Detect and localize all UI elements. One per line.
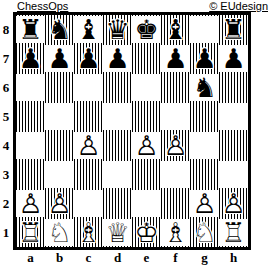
chessops-link[interactable]: ChessOps <box>17 0 68 12</box>
white-rook: ♜♖ <box>18 218 42 247</box>
square-c5[interactable] <box>74 102 103 131</box>
white-pawn: ♟♙ <box>192 189 216 218</box>
square-h4[interactable] <box>219 131 248 160</box>
square-b2[interactable]: ♟♙ <box>45 189 74 218</box>
square-f3[interactable] <box>161 160 190 189</box>
square-c8[interactable]: ♝ <box>74 15 103 44</box>
black-pawn: ♟ <box>76 44 100 73</box>
rank-label-8: 8 <box>0 15 12 44</box>
square-a7[interactable]: ♟ <box>16 44 45 73</box>
square-c3[interactable] <box>74 160 103 189</box>
rank-label-6: 6 <box>0 73 12 102</box>
rank-label-7: 7 <box>0 44 12 73</box>
rank-label-2: 2 <box>0 189 12 218</box>
white-pawn: ♟♙ <box>76 131 100 160</box>
black-pawn: ♟ <box>163 44 187 73</box>
white-pawn: ♟♙ <box>163 131 187 160</box>
white-bishop: ♝♗ <box>76 218 100 247</box>
square-g4[interactable] <box>190 131 219 160</box>
square-e8[interactable]: ♚ <box>132 15 161 44</box>
square-e1[interactable]: ♚♔ <box>132 218 161 247</box>
rank-label-4: 4 <box>0 131 12 160</box>
square-f6[interactable] <box>161 73 190 102</box>
white-pawn: ♟♙ <box>221 189 245 218</box>
white-pawn: ♟♙ <box>134 131 158 160</box>
square-f4[interactable]: ♟♙ <box>161 131 190 160</box>
square-b8[interactable]: ♞ <box>45 15 74 44</box>
square-d7[interactable]: ♟ <box>103 44 132 73</box>
black-pawn: ♟ <box>192 44 216 73</box>
square-c2[interactable] <box>74 189 103 218</box>
file-labels: abcdefgh <box>16 250 248 266</box>
square-g5[interactable] <box>190 102 219 131</box>
square-h8[interactable]: ♜ <box>219 15 248 44</box>
square-g3[interactable] <box>190 160 219 189</box>
file-label-c: c <box>74 250 103 266</box>
square-e3[interactable] <box>132 160 161 189</box>
square-a3[interactable] <box>16 160 45 189</box>
white-knight: ♞♘ <box>47 218 71 247</box>
square-g1[interactable]: ♞♘ <box>190 218 219 247</box>
square-h3[interactable] <box>219 160 248 189</box>
white-bishop: ♝♗ <box>163 218 187 247</box>
square-e2[interactable] <box>132 189 161 218</box>
square-e4[interactable]: ♟♙ <box>132 131 161 160</box>
square-b4[interactable] <box>45 131 74 160</box>
square-h5[interactable] <box>219 102 248 131</box>
square-b3[interactable] <box>45 160 74 189</box>
square-c4[interactable]: ♟♙ <box>74 131 103 160</box>
chess-board: ♜♞♝♛♚♝♜♟♟♟♟♟♟♟♞♟♙♟♙♟♙♟♙♟♙♟♙♟♙♜♖♞♘♝♗♛♕♚♔♝… <box>13 12 251 250</box>
rank-labels: 87654321 <box>0 15 12 247</box>
square-f7[interactable]: ♟ <box>161 44 190 73</box>
file-label-d: d <box>103 250 132 266</box>
white-rook: ♜♖ <box>221 218 245 247</box>
rank-label-5: 5 <box>0 102 12 131</box>
square-b7[interactable]: ♟ <box>45 44 74 73</box>
square-e5[interactable] <box>132 102 161 131</box>
black-bishop: ♝ <box>163 15 187 44</box>
square-d2[interactable] <box>103 189 132 218</box>
square-c6[interactable] <box>74 73 103 102</box>
file-label-b: b <box>45 250 74 266</box>
square-h6[interactable] <box>219 73 248 102</box>
eudesign-credit-link[interactable]: © EUdesign <box>209 0 268 12</box>
white-pawn: ♟♙ <box>18 189 42 218</box>
square-d8[interactable]: ♛ <box>103 15 132 44</box>
rank-label-3: 3 <box>0 160 12 189</box>
square-b5[interactable] <box>45 102 74 131</box>
white-king: ♚♔ <box>134 218 158 247</box>
square-a2[interactable]: ♟♙ <box>16 189 45 218</box>
square-g2[interactable]: ♟♙ <box>190 189 219 218</box>
square-h1[interactable]: ♜♖ <box>219 218 248 247</box>
chessops-diagram: ChessOps © EUdesign 87654321 ♜♞♝♛♚♝♜♟♟♟♟… <box>0 0 270 270</box>
file-label-e: e <box>132 250 161 266</box>
black-pawn: ♟ <box>221 44 245 73</box>
square-d6[interactable] <box>103 73 132 102</box>
square-c1[interactable]: ♝♗ <box>74 218 103 247</box>
white-queen: ♛♕ <box>105 218 129 247</box>
square-h7[interactable]: ♟ <box>219 44 248 73</box>
square-f5[interactable] <box>161 102 190 131</box>
black-rook: ♜ <box>221 15 245 44</box>
square-f1[interactable]: ♝♗ <box>161 218 190 247</box>
white-knight: ♞♘ <box>192 218 216 247</box>
white-pawn: ♟♙ <box>47 189 71 218</box>
square-c7[interactable]: ♟ <box>74 44 103 73</box>
file-label-g: g <box>190 250 219 266</box>
square-g8[interactable] <box>190 15 219 44</box>
square-d4[interactable] <box>103 131 132 160</box>
rank-label-1: 1 <box>0 218 12 247</box>
square-b1[interactable]: ♞♘ <box>45 218 74 247</box>
square-g7[interactable]: ♟ <box>190 44 219 73</box>
black-bishop: ♝ <box>76 15 100 44</box>
square-a4[interactable] <box>16 131 45 160</box>
file-label-a: a <box>16 250 45 266</box>
square-e6[interactable] <box>132 73 161 102</box>
square-a5[interactable] <box>16 102 45 131</box>
black-queen: ♛ <box>105 15 129 44</box>
black-knight: ♞ <box>47 15 71 44</box>
file-label-h: h <box>219 250 248 266</box>
square-f2[interactable] <box>161 189 190 218</box>
black-pawn: ♟ <box>105 44 129 73</box>
black-knight: ♞ <box>192 73 216 102</box>
black-pawn: ♟ <box>47 44 71 73</box>
black-rook: ♜ <box>18 15 42 44</box>
square-d3[interactable] <box>103 160 132 189</box>
square-a6[interactable] <box>16 73 45 102</box>
square-d1[interactable]: ♛♕ <box>103 218 132 247</box>
square-e7[interactable] <box>132 44 161 73</box>
square-g6[interactable]: ♞ <box>190 73 219 102</box>
file-label-f: f <box>161 250 190 266</box>
square-a8[interactable]: ♜ <box>16 15 45 44</box>
square-b6[interactable] <box>45 73 74 102</box>
square-a1[interactable]: ♜♖ <box>16 218 45 247</box>
square-f8[interactable]: ♝ <box>161 15 190 44</box>
square-h2[interactable]: ♟♙ <box>219 189 248 218</box>
black-pawn: ♟ <box>18 44 42 73</box>
black-king: ♚ <box>134 15 158 44</box>
square-d5[interactable] <box>103 102 132 131</box>
